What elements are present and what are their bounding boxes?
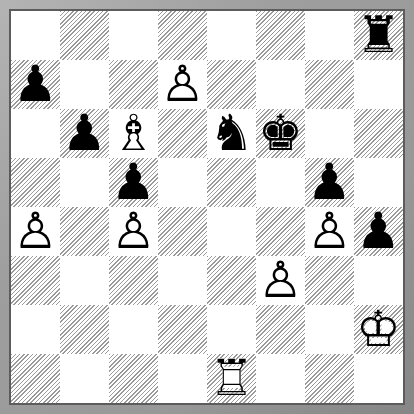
white-pawn-glyph: ♙ <box>160 60 205 109</box>
white-pawn-glyph: ♙ <box>111 207 156 256</box>
piece-white-pawn: ♟♙ <box>256 256 305 305</box>
square-f7[interactable] <box>256 60 305 109</box>
piece-white-bishop: ♝♗ <box>109 109 158 158</box>
white-piece-fill: ♟ <box>158 60 207 109</box>
piece-black-rook: ♜ <box>354 11 403 60</box>
square-e4[interactable] <box>207 207 256 256</box>
square-f3[interactable]: ♟♙ <box>256 256 305 305</box>
board-frame: ♜♟♟♙♟♝♗♞♚♟♟♟♙♟♙♟♙♟♟♙♚♔♜♖ <box>0 0 414 414</box>
white-piece-fill: ♟ <box>256 256 305 305</box>
black-pawn-glyph: ♟ <box>62 109 107 158</box>
black-rook-glyph: ♜ <box>356 11 401 60</box>
piece-white-king: ♚♔ <box>354 305 403 354</box>
square-f1[interactable] <box>256 354 305 403</box>
piece-black-king: ♚ <box>256 109 305 158</box>
piece-white-pawn: ♟♙ <box>109 207 158 256</box>
square-a3[interactable] <box>11 256 60 305</box>
square-c4[interactable]: ♟♙ <box>109 207 158 256</box>
square-g8[interactable] <box>305 11 354 60</box>
square-e1[interactable]: ♜♖ <box>207 354 256 403</box>
square-h8[interactable]: ♜ <box>354 11 403 60</box>
white-pawn-glyph: ♙ <box>258 256 303 305</box>
square-d6[interactable] <box>158 109 207 158</box>
white-piece-fill: ♜ <box>207 354 256 403</box>
square-b7[interactable] <box>60 60 109 109</box>
square-a8[interactable] <box>11 11 60 60</box>
square-d4[interactable] <box>158 207 207 256</box>
square-h2[interactable]: ♚♔ <box>354 305 403 354</box>
square-h7[interactable] <box>354 60 403 109</box>
square-a2[interactable] <box>11 305 60 354</box>
piece-white-pawn: ♟♙ <box>158 60 207 109</box>
black-knight-glyph: ♞ <box>209 109 254 158</box>
square-c1[interactable] <box>109 354 158 403</box>
square-c7[interactable] <box>109 60 158 109</box>
black-pawn-glyph: ♟ <box>356 207 401 256</box>
square-f6[interactable]: ♚ <box>256 109 305 158</box>
square-e2[interactable] <box>207 305 256 354</box>
square-c5[interactable]: ♟ <box>109 158 158 207</box>
square-g1[interactable] <box>305 354 354 403</box>
square-f8[interactable] <box>256 11 305 60</box>
chess-board: ♜♟♟♙♟♝♗♞♚♟♟♟♙♟♙♟♙♟♟♙♚♔♜♖ <box>11 11 403 403</box>
square-c2[interactable] <box>109 305 158 354</box>
square-c8[interactable] <box>109 11 158 60</box>
square-h4[interactable]: ♟ <box>354 207 403 256</box>
square-g4[interactable]: ♟♙ <box>305 207 354 256</box>
piece-black-pawn: ♟ <box>60 109 109 158</box>
square-d1[interactable] <box>158 354 207 403</box>
white-rook-glyph: ♖ <box>209 354 254 403</box>
square-h3[interactable] <box>354 256 403 305</box>
square-b1[interactable] <box>60 354 109 403</box>
square-d5[interactable] <box>158 158 207 207</box>
square-e7[interactable] <box>207 60 256 109</box>
piece-white-rook: ♜♖ <box>207 354 256 403</box>
square-e8[interactable] <box>207 11 256 60</box>
white-pawn-glyph: ♙ <box>13 207 58 256</box>
square-a1[interactable] <box>11 354 60 403</box>
square-f2[interactable] <box>256 305 305 354</box>
piece-black-pawn: ♟ <box>305 158 354 207</box>
square-a7[interactable]: ♟ <box>11 60 60 109</box>
square-b4[interactable] <box>60 207 109 256</box>
square-f4[interactable] <box>256 207 305 256</box>
square-b6[interactable]: ♟ <box>60 109 109 158</box>
square-b3[interactable] <box>60 256 109 305</box>
square-g7[interactable] <box>305 60 354 109</box>
piece-white-pawn: ♟♙ <box>305 207 354 256</box>
black-pawn-glyph: ♟ <box>13 60 58 109</box>
square-d2[interactable] <box>158 305 207 354</box>
piece-black-knight: ♞ <box>207 109 256 158</box>
square-e3[interactable] <box>207 256 256 305</box>
square-h5[interactable] <box>354 158 403 207</box>
square-d8[interactable] <box>158 11 207 60</box>
white-piece-fill: ♟ <box>11 207 60 256</box>
white-king-glyph: ♔ <box>356 305 401 354</box>
square-e5[interactable] <box>207 158 256 207</box>
white-piece-fill: ♟ <box>109 207 158 256</box>
piece-black-pawn: ♟ <box>354 207 403 256</box>
black-king-glyph: ♚ <box>258 109 303 158</box>
piece-black-pawn: ♟ <box>109 158 158 207</box>
square-f5[interactable] <box>256 158 305 207</box>
square-a4[interactable]: ♟♙ <box>11 207 60 256</box>
white-pawn-glyph: ♙ <box>307 207 352 256</box>
square-h6[interactable] <box>354 109 403 158</box>
square-a6[interactable] <box>11 109 60 158</box>
square-b8[interactable] <box>60 11 109 60</box>
square-g6[interactable] <box>305 109 354 158</box>
square-c3[interactable] <box>109 256 158 305</box>
white-piece-fill: ♚ <box>354 305 403 354</box>
piece-black-pawn: ♟ <box>11 60 60 109</box>
white-piece-fill: ♝ <box>109 109 158 158</box>
square-g2[interactable] <box>305 305 354 354</box>
board-inner-border: ♜♟♟♙♟♝♗♞♚♟♟♟♙♟♙♟♙♟♟♙♚♔♜♖ <box>9 9 405 405</box>
white-bishop-glyph: ♗ <box>111 109 156 158</box>
square-h1[interactable] <box>354 354 403 403</box>
square-b5[interactable] <box>60 158 109 207</box>
square-d3[interactable] <box>158 256 207 305</box>
square-d7[interactable]: ♟♙ <box>158 60 207 109</box>
black-pawn-glyph: ♟ <box>111 158 156 207</box>
piece-white-pawn: ♟♙ <box>11 207 60 256</box>
white-piece-fill: ♟ <box>305 207 354 256</box>
square-e6[interactable]: ♞ <box>207 109 256 158</box>
square-b2[interactable] <box>60 305 109 354</box>
square-g5[interactable]: ♟ <box>305 158 354 207</box>
square-g3[interactable] <box>305 256 354 305</box>
square-c6[interactable]: ♝♗ <box>109 109 158 158</box>
black-pawn-glyph: ♟ <box>307 158 352 207</box>
square-a5[interactable] <box>11 158 60 207</box>
